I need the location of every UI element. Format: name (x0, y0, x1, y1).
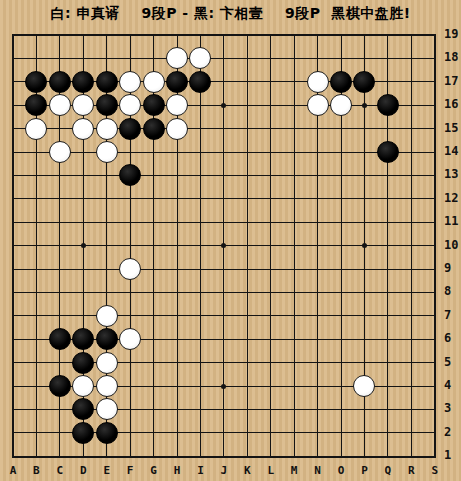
row-label: 16 (444, 97, 461, 111)
black-stone (119, 118, 141, 140)
game-info-header: 白: 申真谞 9段P - 黑: 卞相壹 9段P 黑棋中盘胜! (0, 5, 461, 23)
grid-hline (13, 222, 436, 223)
black-stone (330, 71, 352, 93)
grid-hline (13, 175, 436, 176)
column-label: R (401, 464, 421, 477)
black-stone (143, 118, 165, 140)
white-stone (96, 141, 118, 163)
row-label: 11 (444, 214, 461, 228)
grid-hline (13, 315, 436, 316)
column-label: F (120, 464, 140, 477)
grid-vline (13, 35, 14, 457)
row-label: 18 (444, 50, 461, 64)
row-label: 10 (444, 238, 461, 252)
black-stone (377, 141, 399, 163)
grid-vline (270, 35, 271, 457)
grid-hline (13, 269, 436, 270)
column-label: Q (378, 464, 398, 477)
column-label: P (354, 464, 374, 477)
column-label: H (167, 464, 187, 477)
white-stone (25, 118, 47, 140)
star-point (362, 103, 367, 108)
grid-vline (411, 35, 412, 457)
column-label: I (190, 464, 210, 477)
black-stone (377, 94, 399, 116)
black-stone (166, 71, 188, 93)
column-label: E (97, 464, 117, 477)
black-stone (96, 94, 118, 116)
column-label: O (331, 464, 351, 477)
black-stone (72, 352, 94, 374)
white-stone (96, 118, 118, 140)
grid-vline (200, 35, 201, 457)
column-label: N (308, 464, 328, 477)
star-point (362, 243, 367, 248)
grid-vline (434, 35, 435, 457)
row-label: 17 (444, 74, 461, 88)
black-stone (96, 422, 118, 444)
star-point (221, 384, 226, 389)
grid-hline (13, 292, 436, 293)
column-label: A (3, 464, 23, 477)
grid-vline (294, 35, 295, 457)
white-stone (307, 94, 329, 116)
row-label: 3 (444, 401, 461, 415)
black-stone (49, 328, 71, 350)
black-stone (96, 71, 118, 93)
column-label: C (50, 464, 70, 477)
row-label: 9 (444, 261, 461, 275)
grid-vline (247, 35, 248, 457)
black-stone (96, 328, 118, 350)
row-label: 12 (444, 191, 461, 205)
column-label: S (425, 464, 445, 477)
white-stone (143, 71, 165, 93)
go-game-viewer: 白: 申真谞 9段P - 黑: 卞相壹 9段P 黑棋中盘胜! ABCDEFGHI… (0, 0, 461, 481)
grid-hline (13, 152, 436, 153)
grid-hline (13, 456, 436, 457)
column-label: D (73, 464, 93, 477)
white-stone (119, 71, 141, 93)
column-label: M (284, 464, 304, 477)
column-label: K (237, 464, 257, 477)
white-stone (96, 352, 118, 374)
column-label: L (261, 464, 281, 477)
column-label: J (214, 464, 234, 477)
column-label: G (144, 464, 164, 477)
row-label: 15 (444, 121, 461, 135)
black-stone (72, 71, 94, 93)
black-stone (49, 375, 71, 397)
grid-hline (13, 58, 436, 59)
row-label: 14 (444, 144, 461, 158)
white-stone (307, 71, 329, 93)
row-label: 13 (444, 167, 461, 181)
black-stone (143, 94, 165, 116)
white-stone (96, 398, 118, 420)
row-label: 4 (444, 378, 461, 392)
row-label: 8 (444, 284, 461, 298)
grid-hline (13, 35, 436, 36)
row-label: 5 (444, 355, 461, 369)
row-label: 1 (444, 448, 461, 462)
white-stone (49, 141, 71, 163)
black-stone (49, 71, 71, 93)
black-stone (72, 422, 94, 444)
row-label: 19 (444, 27, 461, 41)
grid-hline (13, 198, 436, 199)
row-label: 6 (444, 331, 461, 345)
white-stone (166, 118, 188, 140)
white-stone (49, 94, 71, 116)
column-label: B (26, 464, 46, 477)
white-stone (96, 375, 118, 397)
row-label: 7 (444, 308, 461, 322)
white-stone (96, 305, 118, 327)
star-point (81, 243, 86, 248)
white-stone (72, 118, 94, 140)
white-stone (119, 258, 141, 280)
row-label: 2 (444, 425, 461, 439)
